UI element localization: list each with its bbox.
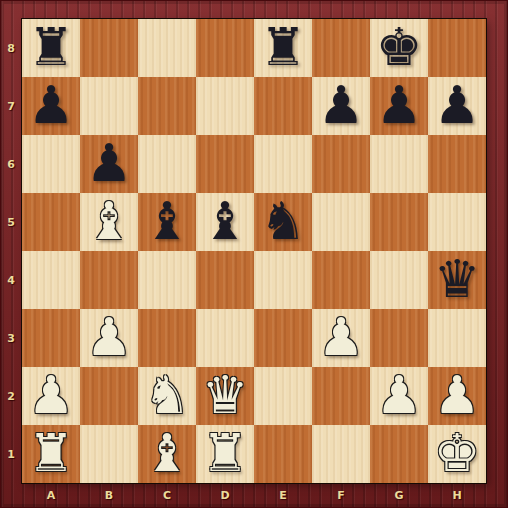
- square-b5[interactable]: ♝: [80, 193, 138, 251]
- chessboard: ♜♜♚♟♟♟♟♟♝♝♝♞♛♟♟♟♞♛♟♟♜♝♜♚: [22, 19, 486, 483]
- black-rook-e8[interactable]: ♜: [254, 19, 312, 77]
- square-d2[interactable]: ♛: [196, 367, 254, 425]
- rank-label-2: 2: [0, 367, 22, 425]
- square-g6[interactable]: [370, 135, 428, 193]
- rank-label-1: 1: [0, 425, 22, 483]
- black-pawn-g7[interactable]: ♟: [370, 77, 428, 135]
- white-pawn-f3[interactable]: ♟: [312, 309, 370, 367]
- file-label-f: F: [312, 483, 370, 508]
- square-d8[interactable]: [196, 19, 254, 77]
- white-bishop-b5[interactable]: ♝: [80, 193, 138, 251]
- square-b8[interactable]: [80, 19, 138, 77]
- square-h4[interactable]: ♛: [428, 251, 486, 309]
- black-rook-a8[interactable]: ♜: [22, 19, 80, 77]
- file-label-b: B: [80, 483, 138, 508]
- square-h5[interactable]: [428, 193, 486, 251]
- square-d7[interactable]: [196, 77, 254, 135]
- square-b6[interactable]: ♟: [80, 135, 138, 193]
- square-a6[interactable]: [22, 135, 80, 193]
- black-king-g8[interactable]: ♚: [370, 19, 428, 77]
- square-d1[interactable]: ♜: [196, 425, 254, 483]
- square-g5[interactable]: [370, 193, 428, 251]
- square-b2[interactable]: [80, 367, 138, 425]
- square-d3[interactable]: [196, 309, 254, 367]
- square-g1[interactable]: [370, 425, 428, 483]
- square-h7[interactable]: ♟: [428, 77, 486, 135]
- square-a1[interactable]: ♜: [22, 425, 80, 483]
- square-a5[interactable]: [22, 193, 80, 251]
- square-g7[interactable]: ♟: [370, 77, 428, 135]
- rank-label-6: 6: [0, 135, 22, 193]
- square-h1[interactable]: ♚: [428, 425, 486, 483]
- white-pawn-h2[interactable]: ♟: [428, 367, 486, 425]
- square-b4[interactable]: [80, 251, 138, 309]
- white-pawn-g2[interactable]: ♟: [370, 367, 428, 425]
- black-pawn-h7[interactable]: ♟: [428, 77, 486, 135]
- white-knight-c2[interactable]: ♞: [138, 367, 196, 425]
- square-g2[interactable]: ♟: [370, 367, 428, 425]
- white-king-h1[interactable]: ♚: [428, 425, 486, 483]
- black-knight-e5[interactable]: ♞: [254, 193, 312, 251]
- square-f8[interactable]: [312, 19, 370, 77]
- square-h3[interactable]: [428, 309, 486, 367]
- square-g8[interactable]: ♚: [370, 19, 428, 77]
- black-bishop-d5[interactable]: ♝: [196, 193, 254, 251]
- square-d6[interactable]: [196, 135, 254, 193]
- square-e3[interactable]: [254, 309, 312, 367]
- file-labels: ABCDEFGH: [22, 483, 486, 508]
- black-pawn-b6[interactable]: ♟: [80, 135, 138, 193]
- black-bishop-c5[interactable]: ♝: [138, 193, 196, 251]
- black-pawn-a7[interactable]: ♟: [22, 77, 80, 135]
- square-f7[interactable]: ♟: [312, 77, 370, 135]
- square-e2[interactable]: [254, 367, 312, 425]
- square-c5[interactable]: ♝: [138, 193, 196, 251]
- square-a4[interactable]: [22, 251, 80, 309]
- square-a3[interactable]: [22, 309, 80, 367]
- square-e7[interactable]: [254, 77, 312, 135]
- rank-label-7: 7: [0, 77, 22, 135]
- square-f6[interactable]: [312, 135, 370, 193]
- square-b1[interactable]: [80, 425, 138, 483]
- square-e6[interactable]: [254, 135, 312, 193]
- square-d5[interactable]: ♝: [196, 193, 254, 251]
- file-label-g: G: [370, 483, 428, 508]
- white-rook-d1[interactable]: ♜: [196, 425, 254, 483]
- chessboard-frame: ♜♜♚♟♟♟♟♟♝♝♝♞♛♟♟♟♞♛♟♟♜♝♜♚ 87654321 ABCDEF…: [0, 0, 508, 508]
- square-a8[interactable]: ♜: [22, 19, 80, 77]
- square-f3[interactable]: ♟: [312, 309, 370, 367]
- square-f1[interactable]: [312, 425, 370, 483]
- square-h2[interactable]: ♟: [428, 367, 486, 425]
- square-c1[interactable]: ♝: [138, 425, 196, 483]
- square-e4[interactable]: [254, 251, 312, 309]
- square-c4[interactable]: [138, 251, 196, 309]
- black-queen-h4[interactable]: ♛: [428, 251, 486, 309]
- white-pawn-a2[interactable]: ♟: [22, 367, 80, 425]
- black-pawn-f7[interactable]: ♟: [312, 77, 370, 135]
- square-a7[interactable]: ♟: [22, 77, 80, 135]
- square-d4[interactable]: [196, 251, 254, 309]
- rank-label-3: 3: [0, 309, 22, 367]
- file-label-a: A: [22, 483, 80, 508]
- square-c8[interactable]: [138, 19, 196, 77]
- square-f5[interactable]: [312, 193, 370, 251]
- square-g4[interactable]: [370, 251, 428, 309]
- square-c6[interactable]: [138, 135, 196, 193]
- rank-label-4: 4: [0, 251, 22, 309]
- square-e5[interactable]: ♞: [254, 193, 312, 251]
- square-g3[interactable]: [370, 309, 428, 367]
- square-c7[interactable]: [138, 77, 196, 135]
- file-label-h: H: [428, 483, 486, 508]
- file-label-c: C: [138, 483, 196, 508]
- rank-label-8: 8: [0, 19, 22, 77]
- rank-label-5: 5: [0, 193, 22, 251]
- white-rook-a1[interactable]: ♜: [22, 425, 80, 483]
- square-c3[interactable]: [138, 309, 196, 367]
- file-label-d: D: [196, 483, 254, 508]
- square-b3[interactable]: ♟: [80, 309, 138, 367]
- white-bishop-c1[interactable]: ♝: [138, 425, 196, 483]
- square-e1[interactable]: [254, 425, 312, 483]
- square-e8[interactable]: ♜: [254, 19, 312, 77]
- square-b7[interactable]: [80, 77, 138, 135]
- square-c2[interactable]: ♞: [138, 367, 196, 425]
- square-h6[interactable]: [428, 135, 486, 193]
- file-label-e: E: [254, 483, 312, 508]
- square-f4[interactable]: [312, 251, 370, 309]
- white-queen-d2[interactable]: ♛: [196, 367, 254, 425]
- square-h8[interactable]: [428, 19, 486, 77]
- square-f2[interactable]: [312, 367, 370, 425]
- white-pawn-b3[interactable]: ♟: [80, 309, 138, 367]
- rank-labels: 87654321: [0, 19, 22, 483]
- square-a2[interactable]: ♟: [22, 367, 80, 425]
